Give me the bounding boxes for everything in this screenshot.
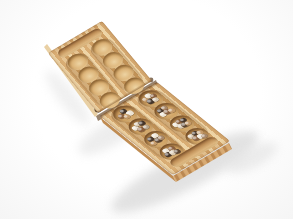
mancala-board-photo	[0, 0, 293, 219]
